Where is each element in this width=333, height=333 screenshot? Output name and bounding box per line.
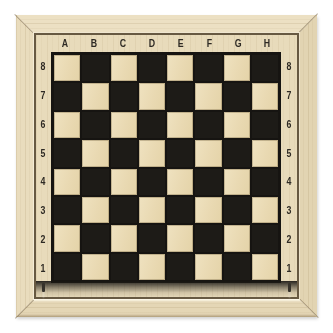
square-b5[interactable] <box>82 140 108 166</box>
coord-label-text: 7 <box>287 90 292 101</box>
square-b6[interactable] <box>82 112 108 138</box>
square-h3[interactable] <box>252 197 278 223</box>
square-h6[interactable] <box>252 112 278 138</box>
coord-label-text: 1 <box>41 263 46 274</box>
square-g2[interactable] <box>224 225 250 251</box>
square-g3[interactable] <box>224 197 250 223</box>
coord-label-text: 6 <box>41 119 46 130</box>
square-d3[interactable] <box>139 197 165 223</box>
square-c8[interactable] <box>111 55 137 81</box>
square-f3[interactable] <box>195 197 221 223</box>
coord-label: 7 <box>281 81 297 110</box>
coord-label-text: 1 <box>287 263 292 274</box>
coord-label: C <box>109 35 138 52</box>
square-c2[interactable] <box>111 225 137 251</box>
coord-label-text: 7 <box>41 90 46 101</box>
coord-label: 6 <box>36 110 51 139</box>
square-e2[interactable] <box>167 225 193 251</box>
coord-label: 8 <box>36 52 51 81</box>
coord-label: 2 <box>281 225 297 254</box>
square-a8[interactable] <box>54 55 80 81</box>
square-e5[interactable] <box>167 140 193 166</box>
square-g1[interactable] <box>224 254 250 280</box>
coord-label: G <box>224 35 253 52</box>
coord-label: 5 <box>281 139 297 168</box>
frame-left <box>16 15 34 317</box>
chessboard-photo: ABCDEFGH 87654321 87654321 <box>0 0 333 333</box>
square-c1[interactable] <box>111 254 137 280</box>
coord-label-text: 8 <box>287 61 292 72</box>
coord-label: 5 <box>36 139 51 168</box>
coord-label-text: 5 <box>41 148 46 159</box>
coord-label-text: 2 <box>41 234 46 245</box>
square-h8[interactable] <box>252 55 278 81</box>
square-d6[interactable] <box>139 112 165 138</box>
square-f2[interactable] <box>195 225 221 251</box>
square-d4[interactable] <box>139 169 165 195</box>
frame-top <box>16 15 317 33</box>
coord-label-text: A <box>62 38 68 49</box>
square-d5[interactable] <box>139 140 165 166</box>
coord-label: D <box>137 35 166 52</box>
coord-label: B <box>80 35 109 52</box>
latch-mark-right <box>288 283 291 292</box>
board-grid <box>51 52 281 283</box>
square-a1[interactable] <box>54 254 80 280</box>
square-e7[interactable] <box>167 83 193 109</box>
square-e6[interactable] <box>167 112 193 138</box>
square-g4[interactable] <box>224 169 250 195</box>
coord-label: 7 <box>36 81 51 110</box>
square-a2[interactable] <box>54 225 80 251</box>
coord-label-text: 5 <box>287 148 292 159</box>
square-d2[interactable] <box>139 225 165 251</box>
coord-label-text: 4 <box>287 176 292 187</box>
square-c6[interactable] <box>111 112 137 138</box>
square-d7[interactable] <box>139 83 165 109</box>
coord-label-text: 8 <box>41 61 46 72</box>
square-f8[interactable] <box>195 55 221 81</box>
square-e1[interactable] <box>167 254 193 280</box>
square-g6[interactable] <box>224 112 250 138</box>
frame-right <box>299 15 317 317</box>
coord-label: 2 <box>36 225 51 254</box>
square-g8[interactable] <box>224 55 250 81</box>
coord-label: 1 <box>36 254 51 283</box>
rank-labels-right: 87654321 <box>281 52 297 283</box>
square-f1[interactable] <box>195 254 221 280</box>
square-b3[interactable] <box>82 197 108 223</box>
coord-label: F <box>195 35 224 52</box>
coord-label: 3 <box>36 196 51 225</box>
square-c4[interactable] <box>111 169 137 195</box>
coord-label: A <box>51 35 80 52</box>
square-h4[interactable] <box>252 169 278 195</box>
square-c5[interactable] <box>111 140 137 166</box>
coord-label-text: E <box>177 38 183 49</box>
rank-labels-left: 87654321 <box>36 52 51 283</box>
coord-label: H <box>252 35 281 52</box>
coord-label-text: H <box>263 38 269 49</box>
square-a6[interactable] <box>54 112 80 138</box>
square-e4[interactable] <box>167 169 193 195</box>
square-g5[interactable] <box>224 140 250 166</box>
coord-label-text: D <box>148 38 154 49</box>
file-labels-top: ABCDEFGH <box>51 35 281 52</box>
square-b2[interactable] <box>82 225 108 251</box>
coord-label-text: 3 <box>287 205 292 216</box>
square-h2[interactable] <box>252 225 278 251</box>
coord-label-text: F <box>206 38 211 49</box>
square-b4[interactable] <box>82 169 108 195</box>
square-e3[interactable] <box>167 197 193 223</box>
coord-label: 3 <box>281 196 297 225</box>
square-f7[interactable] <box>195 83 221 109</box>
coord-label: 1 <box>281 254 297 283</box>
square-f5[interactable] <box>195 140 221 166</box>
square-h1[interactable] <box>252 254 278 280</box>
coord-label-text: B <box>91 38 97 49</box>
square-g7[interactable] <box>224 83 250 109</box>
frame-bottom <box>16 299 317 317</box>
coord-label: 4 <box>281 168 297 197</box>
square-c3[interactable] <box>111 197 137 223</box>
latch-mark-left <box>42 283 45 292</box>
coord-label: E <box>166 35 195 52</box>
coord-label-text: 4 <box>41 176 46 187</box>
square-e8[interactable] <box>167 55 193 81</box>
square-a3[interactable] <box>54 197 80 223</box>
coord-label-text: C <box>120 38 126 49</box>
square-a5[interactable] <box>54 140 80 166</box>
square-f4[interactable] <box>195 169 221 195</box>
square-c7[interactable] <box>111 83 137 109</box>
square-b7[interactable] <box>82 83 108 109</box>
coord-label-text: G <box>234 38 241 49</box>
square-b1[interactable] <box>82 254 108 280</box>
square-d8[interactable] <box>139 55 165 81</box>
coord-label: 4 <box>36 168 51 197</box>
square-a4[interactable] <box>54 169 80 195</box>
square-b8[interactable] <box>82 55 108 81</box>
coord-label-text: 6 <box>287 119 292 130</box>
coord-label-text: 3 <box>41 205 46 216</box>
coord-label: 6 <box>281 110 297 139</box>
coord-label-text: 2 <box>287 234 292 245</box>
square-f6[interactable] <box>195 112 221 138</box>
coord-label: 8 <box>281 52 297 81</box>
square-d1[interactable] <box>139 254 165 280</box>
square-h5[interactable] <box>252 140 278 166</box>
square-a7[interactable] <box>54 83 80 109</box>
square-h7[interactable] <box>252 83 278 109</box>
